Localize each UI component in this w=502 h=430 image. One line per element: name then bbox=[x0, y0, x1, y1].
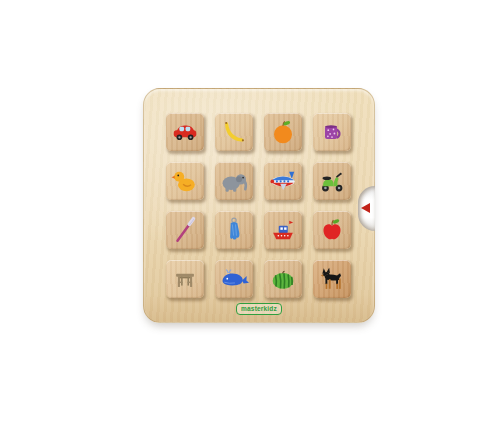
car-icon bbox=[170, 117, 200, 147]
elephant-icon bbox=[219, 166, 249, 196]
brand-logo: masterkidz bbox=[236, 303, 282, 315]
tile-watermelon[interactable] bbox=[264, 260, 302, 298]
tile-table[interactable] bbox=[166, 260, 204, 298]
tile-orange[interactable] bbox=[264, 113, 302, 151]
tile-whale[interactable] bbox=[215, 260, 253, 298]
whale-icon bbox=[219, 264, 249, 294]
apple-icon bbox=[317, 215, 347, 245]
product-photo: masterkidz bbox=[0, 0, 502, 430]
tile-banana[interactable] bbox=[215, 113, 253, 151]
tile-scooter[interactable] bbox=[313, 162, 351, 200]
banana-icon bbox=[219, 117, 249, 147]
tile-elephant[interactable] bbox=[215, 162, 253, 200]
tile-toothbrush[interactable] bbox=[166, 211, 204, 249]
tile-towel[interactable] bbox=[215, 211, 253, 249]
airplane-icon bbox=[268, 166, 298, 196]
tile-airplane[interactable] bbox=[264, 162, 302, 200]
toothbrush-icon bbox=[170, 215, 200, 245]
table-icon bbox=[170, 264, 200, 294]
tile-boat[interactable] bbox=[264, 211, 302, 249]
mug-icon bbox=[317, 117, 347, 147]
tile-dog[interactable] bbox=[313, 260, 351, 298]
duck-icon bbox=[170, 166, 200, 196]
orange-icon bbox=[268, 117, 298, 147]
left-arrow-icon bbox=[361, 203, 370, 213]
watermelon-icon bbox=[268, 264, 298, 294]
tile-car[interactable] bbox=[166, 113, 204, 151]
tile-apple[interactable] bbox=[313, 211, 351, 249]
rotating-wheel[interactable] bbox=[358, 186, 375, 231]
tile-grid bbox=[166, 113, 351, 298]
boat-icon bbox=[268, 215, 298, 245]
tile-mug[interactable] bbox=[313, 113, 351, 151]
towel-icon bbox=[219, 215, 249, 245]
tile-duck[interactable] bbox=[166, 162, 204, 200]
matching-board: masterkidz bbox=[143, 88, 375, 323]
scooter-icon bbox=[317, 166, 347, 196]
dog-icon bbox=[317, 264, 347, 294]
